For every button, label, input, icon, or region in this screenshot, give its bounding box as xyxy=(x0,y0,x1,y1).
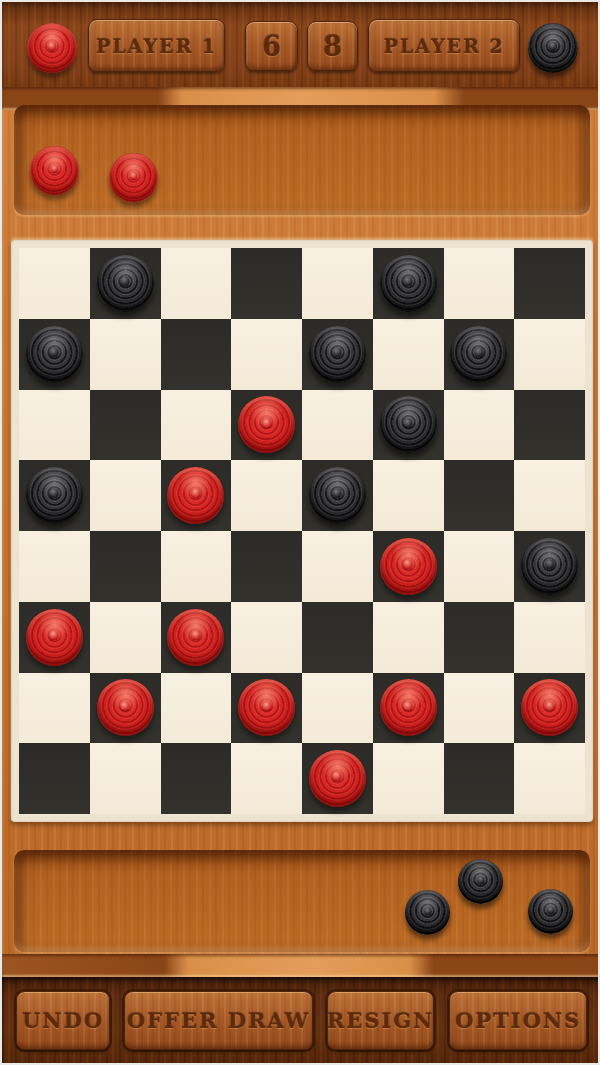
board-cell-a8 xyxy=(19,248,90,319)
checkers-app: PLAYER 1 6 8 PLAYER 2 UNDO OFFER DRAW RE… xyxy=(0,0,600,1065)
board-cell-c6 xyxy=(161,390,232,461)
red-piece[interactable] xyxy=(380,679,437,736)
black-piece[interactable] xyxy=(26,326,83,383)
black-piece[interactable] xyxy=(380,255,437,312)
player1-button[interactable]: PLAYER 1 xyxy=(88,19,225,72)
board-cell-h3 xyxy=(514,602,585,673)
board-cell-f8[interactable] xyxy=(373,248,444,319)
board-cell-g7[interactable] xyxy=(444,319,515,390)
top-bar: PLAYER 1 6 8 PLAYER 2 xyxy=(2,2,600,87)
red-piece[interactable] xyxy=(167,609,224,666)
red-piece[interactable] xyxy=(26,609,83,666)
board-cell-e1[interactable] xyxy=(302,743,373,814)
board-cell-a6 xyxy=(19,390,90,461)
red-piece[interactable] xyxy=(97,679,154,736)
board-cell-f2[interactable] xyxy=(373,673,444,744)
board-panel xyxy=(11,240,593,822)
board-cell-c1[interactable] xyxy=(161,743,232,814)
board-cell-g4 xyxy=(444,531,515,602)
black-piece[interactable] xyxy=(380,396,437,453)
black-piece[interactable] xyxy=(97,255,154,312)
black-piece[interactable] xyxy=(450,326,507,383)
board-cell-d8[interactable] xyxy=(231,248,302,319)
options-button[interactable]: OPTIONS xyxy=(449,991,587,1050)
player1-score-tile: 6 xyxy=(245,21,298,71)
board-cell-b1 xyxy=(90,743,161,814)
board-cell-g8 xyxy=(444,248,515,319)
captured-tray-top xyxy=(14,105,590,215)
board-cell-g2 xyxy=(444,673,515,744)
offer-draw-label: OFFER DRAW xyxy=(127,1008,310,1033)
board-cell-b5 xyxy=(90,460,161,531)
board-cell-c8 xyxy=(161,248,232,319)
board-cell-a3[interactable] xyxy=(19,602,90,673)
board-cell-b4[interactable] xyxy=(90,531,161,602)
board-cell-h8[interactable] xyxy=(514,248,585,319)
black-piece[interactable] xyxy=(309,326,366,383)
player2-button[interactable]: PLAYER 2 xyxy=(368,19,520,72)
board-cell-c3[interactable] xyxy=(161,602,232,673)
board-cell-e8 xyxy=(302,248,373,319)
player1-red-checker-icon xyxy=(27,23,77,73)
black-piece[interactable] xyxy=(521,538,578,595)
captured-black-piece xyxy=(458,859,503,904)
offer-draw-button[interactable]: OFFER DRAW xyxy=(124,991,313,1050)
board-cell-e5[interactable] xyxy=(302,460,373,531)
board-cell-d1 xyxy=(231,743,302,814)
board-cell-e7[interactable] xyxy=(302,319,373,390)
board-cell-f1 xyxy=(373,743,444,814)
player2-score-tile: 8 xyxy=(307,21,358,71)
red-piece[interactable] xyxy=(309,750,366,807)
board-cell-c2 xyxy=(161,673,232,744)
board-cell-d6[interactable] xyxy=(231,390,302,461)
red-piece[interactable] xyxy=(238,396,295,453)
options-label: OPTIONS xyxy=(455,1008,581,1033)
board-cell-d7 xyxy=(231,319,302,390)
board-cell-h5 xyxy=(514,460,585,531)
board-cell-h2[interactable] xyxy=(514,673,585,744)
board-cell-e3[interactable] xyxy=(302,602,373,673)
red-piece[interactable] xyxy=(238,679,295,736)
player2-label: PLAYER 2 xyxy=(383,35,504,57)
board-cell-c5[interactable] xyxy=(161,460,232,531)
board-cell-f3 xyxy=(373,602,444,673)
captured-red-piece xyxy=(30,146,79,195)
player1-score: 6 xyxy=(262,31,281,62)
board-cell-b8[interactable] xyxy=(90,248,161,319)
board-cell-b2[interactable] xyxy=(90,673,161,744)
player2-score: 8 xyxy=(323,31,342,62)
board-cell-h7 xyxy=(514,319,585,390)
board-cell-f7 xyxy=(373,319,444,390)
board-cell-f5 xyxy=(373,460,444,531)
board-cell-e2 xyxy=(302,673,373,744)
board-cell-a5[interactable] xyxy=(19,460,90,531)
black-piece[interactable] xyxy=(26,467,83,524)
board-cell-a7[interactable] xyxy=(19,319,90,390)
board-grid xyxy=(19,248,585,814)
board-cell-d3 xyxy=(231,602,302,673)
board-cell-d4[interactable] xyxy=(231,531,302,602)
red-piece[interactable] xyxy=(380,538,437,595)
board-cell-h1 xyxy=(514,743,585,814)
player1-label: PLAYER 1 xyxy=(96,35,217,57)
board-cell-b6[interactable] xyxy=(90,390,161,461)
board-cell-g6 xyxy=(444,390,515,461)
board-cell-b3 xyxy=(90,602,161,673)
board-cell-a4 xyxy=(19,531,90,602)
captured-tray-bottom xyxy=(14,850,590,952)
undo-button[interactable]: UNDO xyxy=(16,991,110,1050)
board-cell-h6[interactable] xyxy=(514,390,585,461)
board-cell-f4[interactable] xyxy=(373,531,444,602)
board-cell-f6[interactable] xyxy=(373,390,444,461)
captured-black-piece xyxy=(405,890,450,935)
bottom-ledge xyxy=(2,954,600,977)
black-piece[interactable] xyxy=(309,467,366,524)
board-cell-b7 xyxy=(90,319,161,390)
board-cell-a2 xyxy=(19,673,90,744)
board-cell-e6 xyxy=(302,390,373,461)
board-cell-a1[interactable] xyxy=(19,743,90,814)
captured-red-piece xyxy=(109,153,158,202)
captured-black-piece xyxy=(528,889,573,934)
resign-button[interactable]: RESIGN xyxy=(327,991,434,1050)
board-cell-e4 xyxy=(302,531,373,602)
player2-black-checker-icon xyxy=(528,23,578,73)
board-cell-d2[interactable] xyxy=(231,673,302,744)
bottom-bar: UNDO OFFER DRAW RESIGN OPTIONS xyxy=(2,977,600,1065)
board-cell-g5[interactable] xyxy=(444,460,515,531)
red-piece[interactable] xyxy=(521,679,578,736)
board-cell-d5 xyxy=(231,460,302,531)
red-piece[interactable] xyxy=(167,467,224,524)
board-cell-c4 xyxy=(161,531,232,602)
board-cell-c7[interactable] xyxy=(161,319,232,390)
resign-label: RESIGN xyxy=(327,1008,435,1033)
board-cell-g1[interactable] xyxy=(444,743,515,814)
undo-label: UNDO xyxy=(22,1008,104,1033)
board-cell-h4[interactable] xyxy=(514,531,585,602)
board-cell-g3[interactable] xyxy=(444,602,515,673)
